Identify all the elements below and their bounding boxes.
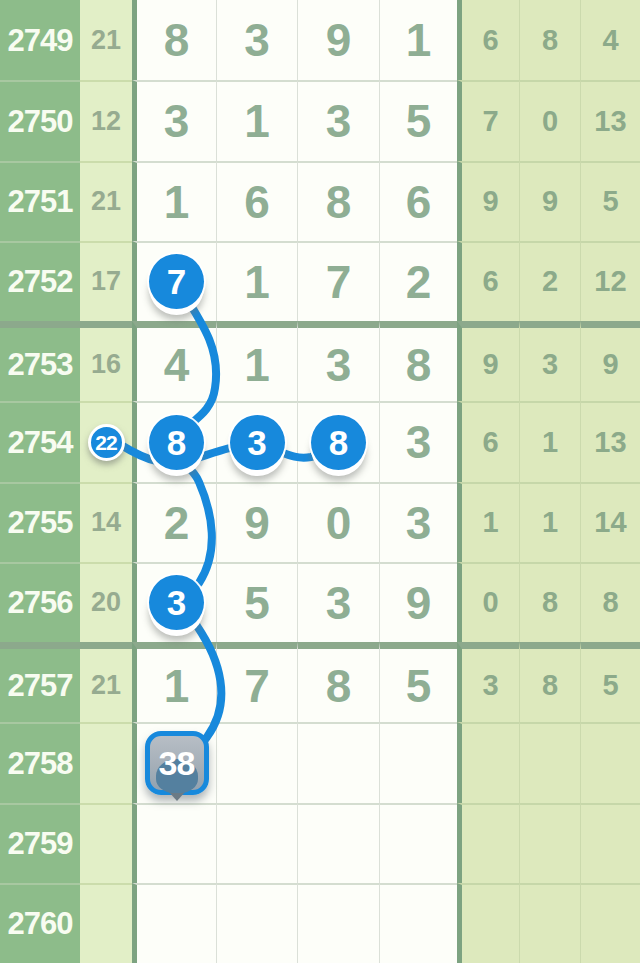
stat-cell: 1	[519, 401, 580, 481]
stat-cell	[519, 803, 580, 883]
digit-cell[interactable]: 1	[216, 241, 297, 321]
digit-cell[interactable]: 9	[297, 0, 379, 80]
digit-cell[interactable]: 8	[297, 642, 379, 722]
digit-cell[interactable]: 3	[132, 80, 216, 160]
stat-cell: 0	[457, 562, 519, 642]
stat-cell: 9	[457, 161, 519, 241]
digit-cell[interactable]	[216, 722, 297, 802]
draw-id-cell: 2753	[0, 321, 80, 401]
stat-cell: 4	[580, 0, 640, 80]
draw-id-cell: 2751	[0, 161, 80, 241]
draw-id-cell: 2756	[0, 562, 80, 642]
lottery-chart-board: 2749218391684275012313570132751211686995…	[0, 0, 640, 963]
digit-cell[interactable]	[379, 883, 457, 963]
sum-selected-badge[interactable]: 22	[88, 424, 125, 461]
number-grid: 2749218391684275012313570132751211686995…	[0, 0, 640, 963]
digit-cell[interactable]: 9	[379, 562, 457, 642]
digit-cell[interactable]	[216, 883, 297, 963]
digit-cell[interactable]: 1	[132, 642, 216, 722]
digit-cell[interactable]	[297, 722, 379, 802]
digit-cell[interactable]: 6	[216, 161, 297, 241]
sum-cell: 21	[80, 0, 132, 80]
stat-cell: 3	[457, 642, 519, 722]
digit-cell[interactable]: 7	[297, 241, 379, 321]
digit-cell[interactable]	[132, 883, 216, 963]
digit-cell[interactable]: 1	[379, 0, 457, 80]
digit-cell[interactable]: 5	[379, 80, 457, 160]
stat-cell: 8	[519, 562, 580, 642]
digit-cell[interactable]: 8	[132, 401, 216, 481]
sum-cell	[80, 883, 132, 963]
stat-cell: 2	[519, 241, 580, 321]
result-badge[interactable]: 38	[145, 731, 209, 795]
digit-cell[interactable]: 3	[379, 482, 457, 562]
digit-cell[interactable]: 3	[379, 401, 457, 481]
stat-cell	[457, 883, 519, 963]
digit-cell[interactable]: 3	[216, 0, 297, 80]
digit-cell[interactable]: 3	[297, 562, 379, 642]
stat-cell	[580, 883, 640, 963]
draw-id-cell: 2750	[0, 80, 80, 160]
stat-cell: 5	[580, 642, 640, 722]
draw-id-cell: 2754	[0, 401, 80, 481]
stat-cell: 6	[457, 0, 519, 80]
stat-cell: 6	[457, 401, 519, 481]
sum-cell: 17	[80, 241, 132, 321]
digit-selected-badge[interactable]: 3	[149, 575, 204, 630]
draw-id-cell: 2758	[0, 722, 80, 802]
digit-cell[interactable]	[297, 803, 379, 883]
stat-cell	[580, 722, 640, 802]
digit-cell[interactable]: 5	[216, 562, 297, 642]
sum-cell: 14	[80, 482, 132, 562]
digit-cell[interactable]: 1	[132, 161, 216, 241]
draw-id-cell: 2759	[0, 803, 80, 883]
digit-cell[interactable]: 3	[297, 321, 379, 401]
stat-cell: 9	[519, 161, 580, 241]
stat-cell: 5	[580, 161, 640, 241]
sum-cell	[80, 803, 132, 883]
stat-cell: 3	[519, 321, 580, 401]
sum-cell: 16	[80, 321, 132, 401]
stat-cell: 0	[519, 80, 580, 160]
digit-selected-badge[interactable]: 3	[230, 415, 285, 470]
stat-cell: 9	[580, 321, 640, 401]
digit-cell[interactable]: 7	[132, 241, 216, 321]
digit-cell[interactable]: 1	[216, 321, 297, 401]
draw-id-cell: 2752	[0, 241, 80, 321]
digit-cell[interactable]: 3	[297, 80, 379, 160]
stat-cell: 13	[580, 80, 640, 160]
stat-cell: 8	[519, 642, 580, 722]
digit-cell[interactable]: 5	[379, 642, 457, 722]
stat-cell: 12	[580, 241, 640, 321]
digit-cell[interactable]: 8	[297, 161, 379, 241]
digit-cell[interactable]: 3	[216, 401, 297, 481]
sum-cell: 21	[80, 161, 132, 241]
draw-id-cell: 2757	[0, 642, 80, 722]
sum-cell: 22	[80, 401, 132, 481]
draw-id-cell: 2749	[0, 0, 80, 80]
stat-cell: 6	[457, 241, 519, 321]
digit-cell[interactable]: 8	[379, 321, 457, 401]
sum-cell: 20	[80, 562, 132, 642]
stat-cell	[457, 803, 519, 883]
draw-id-cell: 2760	[0, 883, 80, 963]
digit-cell[interactable]: 4	[132, 321, 216, 401]
digit-cell[interactable]: 3	[132, 562, 216, 642]
sum-cell: 21	[80, 642, 132, 722]
digit-selected-badge[interactable]: 8	[149, 415, 204, 470]
digit-cell[interactable]: 0	[297, 482, 379, 562]
digit-selected-badge[interactable]: 7	[149, 254, 204, 309]
stat-cell	[457, 722, 519, 802]
stat-cell: 1	[457, 482, 519, 562]
stat-cell: 9	[457, 321, 519, 401]
digit-cell[interactable]: 1	[216, 80, 297, 160]
result-badge-value: 38	[159, 746, 195, 780]
digit-cell[interactable]: 8	[297, 401, 379, 481]
sum-cell	[80, 722, 132, 802]
stat-cell	[519, 883, 580, 963]
stat-cell: 8	[519, 0, 580, 80]
stat-cell: 14	[580, 482, 640, 562]
digit-cell[interactable]: 9	[216, 482, 297, 562]
stat-cell: 1	[519, 482, 580, 562]
digit-cell[interactable]: 2	[132, 482, 216, 562]
stat-cell: 13	[580, 401, 640, 481]
sum-cell: 12	[80, 80, 132, 160]
digit-cell[interactable]: 7	[216, 642, 297, 722]
digit-cell[interactable]	[216, 803, 297, 883]
digit-cell[interactable]: 38	[132, 722, 216, 802]
digit-cell[interactable]	[297, 883, 379, 963]
digit-cell[interactable]	[379, 722, 457, 802]
digit-cell[interactable]	[379, 803, 457, 883]
digit-selected-badge[interactable]: 8	[311, 415, 366, 470]
stat-cell: 7	[457, 80, 519, 160]
digit-cell[interactable]	[132, 803, 216, 883]
digit-cell[interactable]: 8	[132, 0, 216, 80]
draw-id-cell: 2755	[0, 482, 80, 562]
digit-cell[interactable]: 2	[379, 241, 457, 321]
stat-cell	[519, 722, 580, 802]
stat-cell	[580, 803, 640, 883]
stat-cell: 8	[580, 562, 640, 642]
digit-cell[interactable]: 6	[379, 161, 457, 241]
